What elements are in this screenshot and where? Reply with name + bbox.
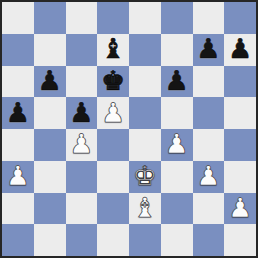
square-b1[interactable] bbox=[34, 224, 66, 256]
piece-black-pawn[interactable]: ♟ bbox=[6, 97, 30, 128]
square-f7[interactable] bbox=[161, 34, 193, 66]
square-e5[interactable] bbox=[129, 97, 161, 129]
square-c8[interactable] bbox=[66, 2, 98, 34]
square-f5[interactable] bbox=[161, 97, 193, 129]
square-g3[interactable]: ♟ bbox=[193, 161, 225, 193]
piece-black-pawn[interactable]: ♟ bbox=[196, 33, 220, 64]
square-d7[interactable]: ♝ bbox=[97, 34, 129, 66]
square-e7[interactable] bbox=[129, 34, 161, 66]
square-g4[interactable] bbox=[193, 129, 225, 161]
square-d5[interactable]: ♟ bbox=[97, 97, 129, 129]
square-d3[interactable] bbox=[97, 161, 129, 193]
square-b5[interactable] bbox=[34, 97, 66, 129]
square-b6[interactable]: ♟ bbox=[34, 66, 66, 98]
square-f8[interactable] bbox=[161, 2, 193, 34]
square-f3[interactable] bbox=[161, 161, 193, 193]
square-c3[interactable] bbox=[66, 161, 98, 193]
piece-white-king[interactable]: ♚ bbox=[133, 160, 157, 191]
square-a1[interactable] bbox=[2, 224, 34, 256]
square-c5[interactable]: ♟ bbox=[66, 97, 98, 129]
square-g8[interactable] bbox=[193, 2, 225, 34]
square-h7[interactable]: ♟ bbox=[224, 34, 256, 66]
square-a5[interactable]: ♟ bbox=[2, 97, 34, 129]
piece-white-pawn[interactable]: ♟ bbox=[196, 160, 220, 191]
square-h3[interactable] bbox=[224, 161, 256, 193]
square-e8[interactable] bbox=[129, 2, 161, 34]
chess-board: ♝♟♟♟♚♟♟♟♟♟♟♟♚♟♝♟ bbox=[0, 0, 258, 258]
square-d6[interactable]: ♚ bbox=[97, 66, 129, 98]
piece-black-pawn[interactable]: ♟ bbox=[165, 65, 189, 96]
square-e4[interactable] bbox=[129, 129, 161, 161]
square-f6[interactable]: ♟ bbox=[161, 66, 193, 98]
square-c1[interactable] bbox=[66, 224, 98, 256]
square-b7[interactable] bbox=[34, 34, 66, 66]
square-d2[interactable] bbox=[97, 193, 129, 225]
square-h5[interactable] bbox=[224, 97, 256, 129]
square-b4[interactable] bbox=[34, 129, 66, 161]
square-g5[interactable] bbox=[193, 97, 225, 129]
square-g1[interactable] bbox=[193, 224, 225, 256]
square-d1[interactable] bbox=[97, 224, 129, 256]
square-b2[interactable] bbox=[34, 193, 66, 225]
square-c7[interactable] bbox=[66, 34, 98, 66]
piece-white-bishop[interactable]: ♝ bbox=[133, 192, 157, 223]
square-g2[interactable] bbox=[193, 193, 225, 225]
square-e6[interactable] bbox=[129, 66, 161, 98]
square-a4[interactable] bbox=[2, 129, 34, 161]
square-h2[interactable]: ♟ bbox=[224, 193, 256, 225]
piece-black-bishop[interactable]: ♝ bbox=[101, 33, 125, 64]
square-c2[interactable] bbox=[66, 193, 98, 225]
square-a7[interactable] bbox=[2, 34, 34, 66]
piece-black-pawn[interactable]: ♟ bbox=[38, 65, 62, 96]
piece-white-pawn[interactable]: ♟ bbox=[101, 97, 125, 128]
piece-black-pawn[interactable]: ♟ bbox=[69, 97, 93, 128]
square-f2[interactable] bbox=[161, 193, 193, 225]
square-a2[interactable] bbox=[2, 193, 34, 225]
square-c6[interactable] bbox=[66, 66, 98, 98]
square-c4[interactable]: ♟ bbox=[66, 129, 98, 161]
square-b3[interactable] bbox=[34, 161, 66, 193]
square-f4[interactable]: ♟ bbox=[161, 129, 193, 161]
piece-black-pawn[interactable]: ♟ bbox=[228, 33, 252, 64]
square-a8[interactable] bbox=[2, 2, 34, 34]
square-f1[interactable] bbox=[161, 224, 193, 256]
square-a3[interactable]: ♟ bbox=[2, 161, 34, 193]
square-h8[interactable] bbox=[224, 2, 256, 34]
square-d4[interactable] bbox=[97, 129, 129, 161]
piece-black-king[interactable]: ♚ bbox=[101, 65, 125, 96]
piece-white-pawn[interactable]: ♟ bbox=[69, 128, 93, 159]
square-a6[interactable] bbox=[2, 66, 34, 98]
square-g7[interactable]: ♟ bbox=[193, 34, 225, 66]
square-d8[interactable] bbox=[97, 2, 129, 34]
square-h4[interactable] bbox=[224, 129, 256, 161]
square-e1[interactable] bbox=[129, 224, 161, 256]
square-h6[interactable] bbox=[224, 66, 256, 98]
piece-white-pawn[interactable]: ♟ bbox=[6, 160, 30, 191]
square-g6[interactable] bbox=[193, 66, 225, 98]
square-b8[interactable] bbox=[34, 2, 66, 34]
piece-white-pawn[interactable]: ♟ bbox=[165, 128, 189, 159]
square-e3[interactable]: ♚ bbox=[129, 161, 161, 193]
square-e2[interactable]: ♝ bbox=[129, 193, 161, 225]
piece-white-pawn[interactable]: ♟ bbox=[228, 192, 252, 223]
square-h1[interactable] bbox=[224, 224, 256, 256]
